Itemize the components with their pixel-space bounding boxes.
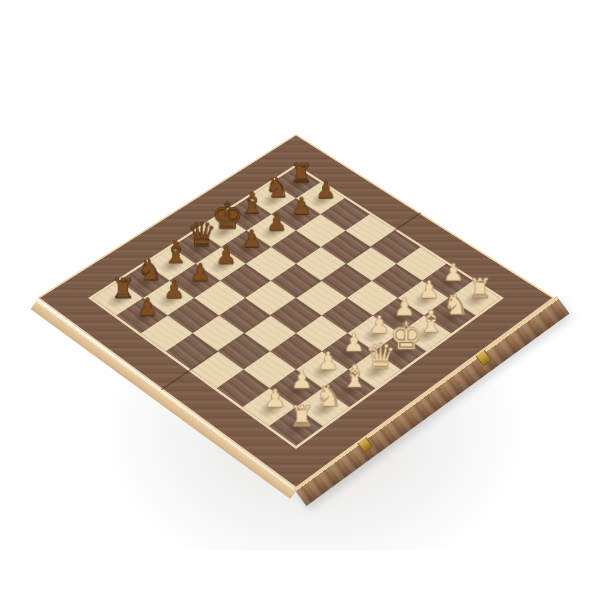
piece-white-rook[interactable]: ♜ [279, 402, 326, 431]
chess-set-photo: ♜♞♝♛♚♝♞♜♟♟♟♟♟♟♟♟♟♟♟♟♟♟♟♟♜♞♝♛♚♝♞♜ [0, 0, 600, 600]
square-c5[interactable] [219, 298, 270, 333]
square-c6[interactable] [194, 281, 245, 316]
piece-black-pawn[interactable]: ♟ [125, 295, 169, 319]
square-e5[interactable] [271, 264, 322, 298]
square-b6[interactable] [168, 298, 219, 333]
